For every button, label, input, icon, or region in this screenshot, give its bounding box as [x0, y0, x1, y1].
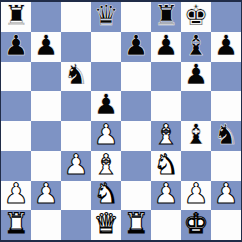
square-b8[interactable] — [31, 2, 61, 32]
square-e5[interactable] — [121, 91, 151, 121]
black-pawn[interactable]: ♟ — [33, 32, 58, 60]
square-g4[interactable]: ♝ — [181, 121, 211, 151]
white-pawn[interactable]: ♟ — [153, 181, 178, 209]
square-e1[interactable]: ♜ — [121, 210, 151, 240]
square-e7[interactable]: ♟ — [121, 32, 151, 62]
square-b7[interactable]: ♟ — [31, 32, 61, 62]
white-rook[interactable]: ♜ — [123, 210, 148, 238]
square-g1[interactable]: ♚ — [181, 210, 211, 240]
square-a1[interactable]: ♜ — [1, 210, 31, 240]
white-pawn[interactable]: ♟ — [183, 181, 208, 209]
square-a8[interactable]: ♜ — [1, 2, 31, 32]
black-pawn[interactable]: ♟ — [213, 32, 238, 60]
square-g2[interactable]: ♟ — [181, 181, 211, 211]
square-h7[interactable]: ♟ — [211, 32, 241, 62]
square-e2[interactable] — [121, 181, 151, 211]
white-bishop[interactable]: ♝ — [153, 121, 178, 149]
square-g3[interactable] — [181, 151, 211, 181]
square-b5[interactable] — [31, 91, 61, 121]
square-h2[interactable]: ♟ — [211, 181, 241, 211]
black-pawn[interactable]: ♟ — [3, 32, 28, 60]
black-bishop[interactable]: ♝ — [183, 32, 208, 60]
white-pawn[interactable]: ♟ — [3, 181, 28, 209]
square-g7[interactable]: ♝ — [181, 32, 211, 62]
white-knight[interactable]: ♞ — [93, 181, 118, 209]
square-c2[interactable] — [61, 181, 91, 211]
square-d2[interactable]: ♞ — [91, 181, 121, 211]
square-f1[interactable] — [151, 210, 181, 240]
square-c8[interactable] — [61, 2, 91, 32]
square-f4[interactable]: ♝ — [151, 121, 181, 151]
square-g8[interactable]: ♚ — [181, 2, 211, 32]
black-rook[interactable]: ♜ — [153, 2, 178, 30]
square-e3[interactable] — [121, 151, 151, 181]
square-g5[interactable] — [181, 91, 211, 121]
square-f6[interactable] — [151, 62, 181, 92]
square-a7[interactable]: ♟ — [1, 32, 31, 62]
square-e8[interactable] — [121, 2, 151, 32]
white-pawn[interactable]: ♟ — [213, 181, 238, 209]
square-f7[interactable]: ♟ — [151, 32, 181, 62]
black-king[interactable]: ♚ — [183, 2, 208, 30]
square-h3[interactable] — [211, 151, 241, 181]
square-h6[interactable] — [211, 62, 241, 92]
white-king[interactable]: ♚ — [183, 210, 208, 238]
black-pawn[interactable]: ♟ — [183, 62, 208, 90]
square-f3[interactable]: ♞ — [151, 151, 181, 181]
square-b2[interactable]: ♟ — [31, 181, 61, 211]
square-a5[interactable] — [1, 91, 31, 121]
white-knight[interactable]: ♞ — [153, 151, 178, 179]
chess-board: ♜♛♜♚♟♟♟♟♝♟♞♟♟♟♝♝♞♟♝♞♟♟♞♟♟♟♜♛♜♚ — [0, 0, 242, 242]
square-d8[interactable]: ♛ — [91, 2, 121, 32]
square-a4[interactable] — [1, 121, 31, 151]
square-d1[interactable]: ♛ — [91, 210, 121, 240]
square-h4[interactable]: ♞ — [211, 121, 241, 151]
black-pawn[interactable]: ♟ — [153, 32, 178, 60]
square-h8[interactable] — [211, 2, 241, 32]
square-b3[interactable] — [31, 151, 61, 181]
black-rook[interactable]: ♜ — [3, 2, 28, 30]
square-c7[interactable] — [61, 32, 91, 62]
square-b4[interactable] — [31, 121, 61, 151]
black-queen[interactable]: ♛ — [93, 2, 118, 30]
square-h1[interactable] — [211, 210, 241, 240]
square-d5[interactable]: ♟ — [91, 91, 121, 121]
square-c4[interactable] — [61, 121, 91, 151]
white-pawn[interactable]: ♟ — [33, 181, 58, 209]
square-c1[interactable] — [61, 210, 91, 240]
square-c3[interactable]: ♟ — [61, 151, 91, 181]
square-g6[interactable]: ♟ — [181, 62, 211, 92]
square-a6[interactable] — [1, 62, 31, 92]
square-d7[interactable] — [91, 32, 121, 62]
black-knight[interactable]: ♞ — [213, 121, 238, 149]
white-rook[interactable]: ♜ — [3, 210, 28, 238]
black-knight[interactable]: ♞ — [63, 62, 88, 90]
square-f5[interactable] — [151, 91, 181, 121]
black-pawn[interactable]: ♟ — [123, 32, 148, 60]
square-e4[interactable] — [121, 121, 151, 151]
square-d6[interactable] — [91, 62, 121, 92]
square-c6[interactable]: ♞ — [61, 62, 91, 92]
white-queen[interactable]: ♛ — [93, 210, 118, 238]
square-b1[interactable] — [31, 210, 61, 240]
square-c5[interactable] — [61, 91, 91, 121]
square-a3[interactable] — [1, 151, 31, 181]
square-e6[interactable] — [121, 62, 151, 92]
square-f8[interactable]: ♜ — [151, 2, 181, 32]
square-d4[interactable]: ♟ — [91, 121, 121, 151]
white-bishop[interactable]: ♝ — [93, 151, 118, 179]
square-a2[interactable]: ♟ — [1, 181, 31, 211]
square-d3[interactable]: ♝ — [91, 151, 121, 181]
black-pawn[interactable]: ♟ — [93, 91, 118, 119]
square-b6[interactable] — [31, 62, 61, 92]
white-pawn[interactable]: ♟ — [63, 151, 88, 179]
square-h5[interactable] — [211, 91, 241, 121]
black-bishop[interactable]: ♝ — [183, 121, 208, 149]
square-f2[interactable]: ♟ — [151, 181, 181, 211]
white-pawn[interactable]: ♟ — [93, 121, 118, 149]
